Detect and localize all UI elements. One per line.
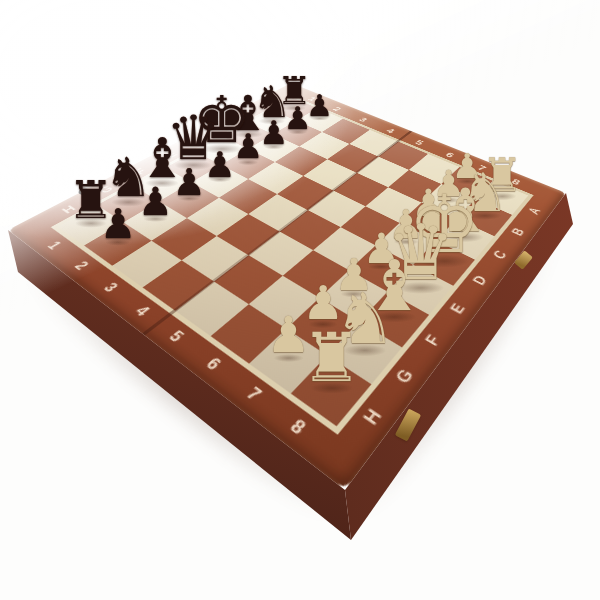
coordinate-label: 2: [71, 258, 93, 272]
coordinate-label: H: [358, 405, 386, 429]
chess-set-photo: 11AA22BB33CC44DD55EE66FF77GG88HH ♜♞♝♚♛♝♞…: [0, 0, 600, 600]
coordinate-label: 5: [413, 138, 426, 146]
coordinate-label: D: [469, 273, 491, 288]
coordinate-label: 1: [306, 96, 319, 102]
coordinate-label: 1: [44, 238, 66, 251]
coordinate-label: 4: [132, 302, 155, 319]
coordinate-label: 2: [331, 105, 344, 112]
coordinate-label: 6: [202, 353, 226, 373]
coordinate-label: E: [446, 300, 469, 316]
coordinate-label: 4: [384, 127, 397, 135]
coordinate-label: C: [489, 248, 510, 262]
coordinate-label: A: [525, 205, 544, 216]
coordinate-label: F: [421, 332, 444, 349]
coordinate-label: 3: [357, 116, 370, 123]
coordinate-label: B: [508, 226, 528, 238]
coordinate-label: 5: [165, 326, 189, 344]
coordinate-label: 7: [476, 163, 489, 172]
coordinate-label: 6: [444, 150, 457, 158]
coordinate-label: 7: [242, 382, 266, 404]
coordinate-label: 8: [510, 177, 523, 187]
coordinate-label: 8: [286, 414, 311, 438]
coordinate-label: 3: [100, 279, 123, 295]
coordinate-label: G: [391, 365, 417, 387]
chess-board: 11AA22BB33CC44DD55EE66FF77GG88HH: [8, 83, 566, 490]
